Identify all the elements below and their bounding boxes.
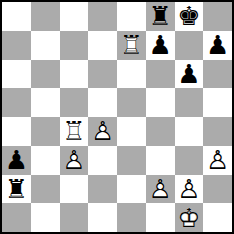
square-f6[interactable]: [146, 60, 175, 89]
square-h7[interactable]: ♟: [203, 31, 232, 60]
square-f2[interactable]: ♟♙: [146, 175, 175, 204]
square-a6[interactable]: [2, 60, 31, 89]
black-pawn: ♟: [5, 147, 28, 173]
square-h4[interactable]: [203, 117, 232, 146]
square-e5[interactable]: [117, 88, 146, 117]
white-rook-outline: ♖: [62, 117, 85, 146]
white-pawn: ♟♙: [91, 118, 114, 144]
square-d8[interactable]: [88, 2, 117, 31]
square-g3[interactable]: [175, 146, 204, 175]
square-b6[interactable]: [31, 60, 60, 89]
square-a4[interactable]: [2, 117, 31, 146]
square-a5[interactable]: [2, 88, 31, 117]
square-e1[interactable]: [117, 203, 146, 232]
square-d1[interactable]: [88, 203, 117, 232]
white-pawn: ♟♙: [148, 176, 171, 202]
square-b2[interactable]: [31, 175, 60, 204]
square-g6[interactable]: ♟: [175, 60, 204, 89]
chess-board: ♜♚♜♖♟♟♟♜♖♟♙♟♟♙♟♙♜♟♙♟♙♚♔: [2, 2, 232, 232]
square-f1[interactable]: [146, 203, 175, 232]
square-d2[interactable]: [88, 175, 117, 204]
white-pawn-outline: ♙: [177, 175, 200, 204]
square-d4[interactable]: ♟♙: [88, 117, 117, 146]
black-rook: ♜: [5, 176, 28, 202]
square-f3[interactable]: [146, 146, 175, 175]
square-a8[interactable]: [2, 2, 31, 31]
square-b8[interactable]: [31, 2, 60, 31]
square-g5[interactable]: [175, 88, 204, 117]
square-f8[interactable]: ♜: [146, 2, 175, 31]
white-rook: ♜♖: [120, 32, 143, 58]
white-pawn-outline: ♙: [206, 146, 229, 175]
square-d3[interactable]: [88, 146, 117, 175]
square-e3[interactable]: [117, 146, 146, 175]
white-pawn-outline: ♙: [91, 117, 114, 146]
square-h6[interactable]: [203, 60, 232, 89]
square-c4[interactable]: ♜♖: [60, 117, 89, 146]
white-king-outline: ♔: [177, 203, 200, 232]
black-pawn: ♟: [206, 32, 229, 58]
square-h1[interactable]: [203, 203, 232, 232]
white-pawn: ♟♙: [62, 147, 85, 173]
black-pawn: ♟: [177, 61, 200, 87]
square-d6[interactable]: [88, 60, 117, 89]
square-h2[interactable]: [203, 175, 232, 204]
square-f5[interactable]: [146, 88, 175, 117]
square-d7[interactable]: [88, 31, 117, 60]
black-king: ♚: [177, 3, 200, 29]
white-pawn-outline: ♙: [62, 146, 85, 175]
square-a1[interactable]: [2, 203, 31, 232]
square-h3[interactable]: ♟♙: [203, 146, 232, 175]
white-pawn: ♟♙: [177, 176, 200, 202]
square-a2[interactable]: ♜: [2, 175, 31, 204]
square-h8[interactable]: [203, 2, 232, 31]
square-h5[interactable]: [203, 88, 232, 117]
white-rook: ♜♖: [62, 118, 85, 144]
square-d5[interactable]: [88, 88, 117, 117]
square-c5[interactable]: [60, 88, 89, 117]
square-e7[interactable]: ♜♖: [117, 31, 146, 60]
square-b3[interactable]: [31, 146, 60, 175]
square-e6[interactable]: [117, 60, 146, 89]
white-king: ♚♔: [177, 205, 200, 231]
square-c6[interactable]: [60, 60, 89, 89]
square-g1[interactable]: ♚♔: [175, 203, 204, 232]
square-g4[interactable]: [175, 117, 204, 146]
square-c7[interactable]: [60, 31, 89, 60]
chess-board-frame: ♜♚♜♖♟♟♟♜♖♟♙♟♟♙♟♙♜♟♙♟♙♚♔: [0, 0, 234, 234]
square-b7[interactable]: [31, 31, 60, 60]
square-b1[interactable]: [31, 203, 60, 232]
square-g2[interactable]: ♟♙: [175, 175, 204, 204]
square-e4[interactable]: [117, 117, 146, 146]
square-a7[interactable]: [2, 31, 31, 60]
black-pawn: ♟: [148, 32, 171, 58]
square-g8[interactable]: ♚: [175, 2, 204, 31]
square-f4[interactable]: [146, 117, 175, 146]
square-e8[interactable]: [117, 2, 146, 31]
square-c2[interactable]: [60, 175, 89, 204]
square-c1[interactable]: [60, 203, 89, 232]
white-rook-outline: ♖: [120, 31, 143, 60]
white-pawn-outline: ♙: [148, 175, 171, 204]
square-b5[interactable]: [31, 88, 60, 117]
square-e2[interactable]: [117, 175, 146, 204]
square-g7[interactable]: [175, 31, 204, 60]
black-rook: ♜: [148, 3, 171, 29]
white-pawn: ♟♙: [206, 147, 229, 173]
square-a3[interactable]: ♟: [2, 146, 31, 175]
square-f7[interactable]: ♟: [146, 31, 175, 60]
square-c3[interactable]: ♟♙: [60, 146, 89, 175]
square-c8[interactable]: [60, 2, 89, 31]
square-b4[interactable]: [31, 117, 60, 146]
